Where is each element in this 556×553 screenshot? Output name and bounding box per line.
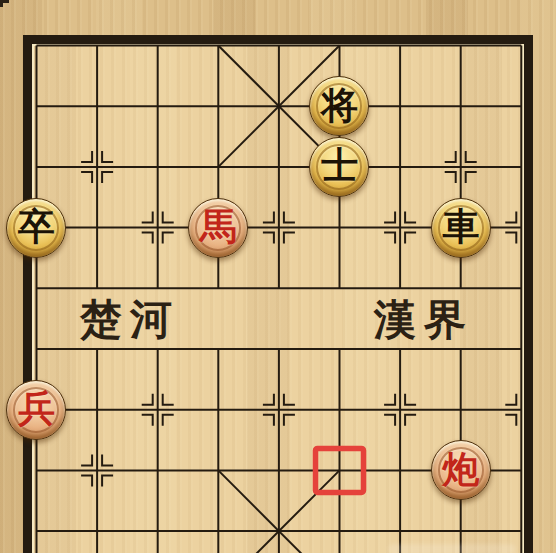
piece-black-soldier[interactable]: 卒	[6, 198, 66, 258]
piece-character: 車	[442, 208, 479, 245]
piece-black-chariot[interactable]: 車	[431, 198, 491, 258]
wood-background: 楚河 漢界 将士卒馬車兵炮	[0, 0, 556, 553]
pieces-layer: 将士卒馬車兵炮	[6, 15, 551, 553]
piece-red-horse[interactable]: 馬	[188, 198, 248, 258]
piece-character: 兵	[18, 390, 55, 427]
piece-red-cannon[interactable]: 炮	[431, 440, 491, 500]
piece-black-general[interactable]: 将	[309, 76, 369, 136]
piece-red-soldier[interactable]: 兵	[6, 380, 66, 440]
piece-black-advisor[interactable]: 士	[309, 137, 369, 197]
piece-character: 炮	[442, 451, 479, 488]
piece-character: 将	[321, 87, 358, 124]
piece-character: 士	[321, 147, 358, 184]
piece-character: 卒	[18, 208, 55, 245]
piece-character: 馬	[200, 208, 237, 245]
bottom-highlight-smear	[388, 544, 516, 553]
